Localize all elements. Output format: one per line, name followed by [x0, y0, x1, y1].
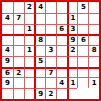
sudoku-cell-r6c4[interactable]: 5	[34, 56, 45, 67]
sudoku-cell-r1c2[interactable]	[13, 2, 24, 13]
sudoku-cell-r9c4[interactable]: 9	[34, 88, 45, 99]
sudoku-cell-r2c1[interactable]: 4	[2, 13, 13, 24]
sudoku-cell-r5c5[interactable]: 3	[45, 45, 56, 56]
sudoku-cell-r9c3[interactable]	[24, 88, 35, 99]
sudoku-cell-r6c2[interactable]	[13, 56, 24, 67]
sudoku-cell-r8c2[interactable]	[13, 77, 24, 88]
sudoku-cell-r2c7[interactable]: 1	[67, 13, 78, 24]
sudoku-cell-r1c4[interactable]: 4	[34, 2, 45, 13]
sudoku-cell-r1c7[interactable]	[67, 2, 78, 13]
sudoku-cell-r1c8[interactable]: 5	[77, 2, 88, 13]
sudoku-cell-r8c1[interactable]: 9	[2, 77, 13, 88]
sudoku-cell-r3c2[interactable]	[13, 24, 24, 35]
sudoku-cell-r5c3[interactable]: 1	[24, 45, 35, 56]
sudoku-cell-r4c4[interactable]: 8	[34, 34, 45, 45]
sudoku-cell-r3c9[interactable]	[88, 24, 99, 35]
sudoku-cell-r4c7[interactable]: 9	[67, 34, 78, 45]
sudoku-cell-r8c4[interactable]	[34, 77, 45, 88]
sudoku-cell-r1c9[interactable]	[88, 2, 99, 13]
sudoku-cell-r9c6[interactable]	[56, 88, 67, 99]
sudoku-cell-r4c2[interactable]	[13, 34, 24, 45]
sudoku-cell-r8c8[interactable]	[77, 77, 88, 88]
sudoku-cell-r3c6[interactable]: 6	[56, 24, 67, 35]
sudoku-cell-r3c3[interactable]: 1	[24, 24, 35, 35]
sudoku-cell-r4c9[interactable]	[88, 34, 99, 45]
sudoku-cell-r1c6[interactable]	[56, 2, 67, 13]
sudoku-cell-r6c8[interactable]	[77, 56, 88, 67]
sudoku-cell-r6c3[interactable]	[24, 56, 35, 67]
sudoku-cell-r5c4[interactable]	[34, 45, 45, 56]
sudoku-cell-r3c5[interactable]	[45, 24, 56, 35]
sudoku-cell-r2c3[interactable]	[24, 13, 35, 24]
sudoku-cell-r8c9[interactable]: 1	[88, 77, 99, 88]
sudoku-cell-r4c8[interactable]: 6	[77, 34, 88, 45]
sudoku-cell-r3c7[interactable]: 3	[67, 24, 78, 35]
sudoku-cell-r5c7[interactable]: 2	[67, 45, 78, 56]
sudoku-cell-r2c5[interactable]	[45, 13, 56, 24]
sudoku-cell-r2c9[interactable]	[88, 13, 99, 24]
sudoku-cell-r3c1[interactable]	[2, 24, 13, 35]
sudoku-cell-r1c3[interactable]: 2	[24, 2, 35, 13]
sudoku-cell-r2c2[interactable]: 7	[13, 13, 24, 24]
sudoku-cell-r4c5[interactable]	[45, 34, 56, 45]
sudoku-cell-r7c4[interactable]	[34, 67, 45, 78]
sudoku-cell-r6c1[interactable]: 9	[2, 56, 13, 67]
sudoku-cell-r7c2[interactable]: 2	[13, 67, 24, 78]
sudoku-cell-r7c6[interactable]	[56, 67, 67, 78]
sudoku-cell-r4c1[interactable]	[2, 34, 13, 45]
sudoku-cell-r7c7[interactable]	[67, 67, 78, 78]
sudoku-cell-r7c5[interactable]: 7	[45, 67, 56, 78]
sudoku-cell-r7c9[interactable]	[88, 67, 99, 78]
sudoku-cell-r2c4[interactable]	[34, 13, 45, 24]
sudoku-cell-r9c1[interactable]	[2, 88, 13, 99]
sudoku-cell-r1c5[interactable]	[45, 2, 56, 13]
sudoku-board: 2454711638964132895627941192	[0, 0, 101, 101]
sudoku-cell-r9c7[interactable]	[67, 88, 78, 99]
sudoku-cell-r6c9[interactable]	[88, 56, 99, 67]
sudoku-cell-r4c3[interactable]	[24, 34, 35, 45]
sudoku-cell-r5c8[interactable]	[77, 45, 88, 56]
sudoku-cell-r8c5[interactable]	[45, 77, 56, 88]
sudoku-cell-r8c6[interactable]: 4	[56, 77, 67, 88]
sudoku-cell-r7c1[interactable]: 6	[2, 67, 13, 78]
sudoku-cell-r1c1[interactable]	[2, 2, 13, 13]
sudoku-cell-r5c6[interactable]	[56, 45, 67, 56]
sudoku-cell-r2c8[interactable]	[77, 13, 88, 24]
sudoku-cell-r9c2[interactable]	[13, 88, 24, 99]
sudoku-cell-r3c8[interactable]	[77, 24, 88, 35]
sudoku-cell-r6c5[interactable]	[45, 56, 56, 67]
sudoku-cell-r8c3[interactable]	[24, 77, 35, 88]
sudoku-cell-r3c4[interactable]	[34, 24, 45, 35]
sudoku-cell-r5c1[interactable]: 4	[2, 45, 13, 56]
sudoku-cell-r5c9[interactable]: 8	[88, 45, 99, 56]
sudoku-cell-r8c7[interactable]: 1	[67, 77, 78, 88]
sudoku-cell-r9c5[interactable]: 2	[45, 88, 56, 99]
sudoku-cell-r6c7[interactable]	[67, 56, 78, 67]
sudoku-cell-r5c2[interactable]	[13, 45, 24, 56]
sudoku-cell-r7c3[interactable]	[24, 67, 35, 78]
sudoku-cell-r6c6[interactable]	[56, 56, 67, 67]
sudoku-cell-r4c6[interactable]	[56, 34, 67, 45]
sudoku-cell-r7c8[interactable]	[77, 67, 88, 78]
sudoku-cell-r2c6[interactable]	[56, 13, 67, 24]
